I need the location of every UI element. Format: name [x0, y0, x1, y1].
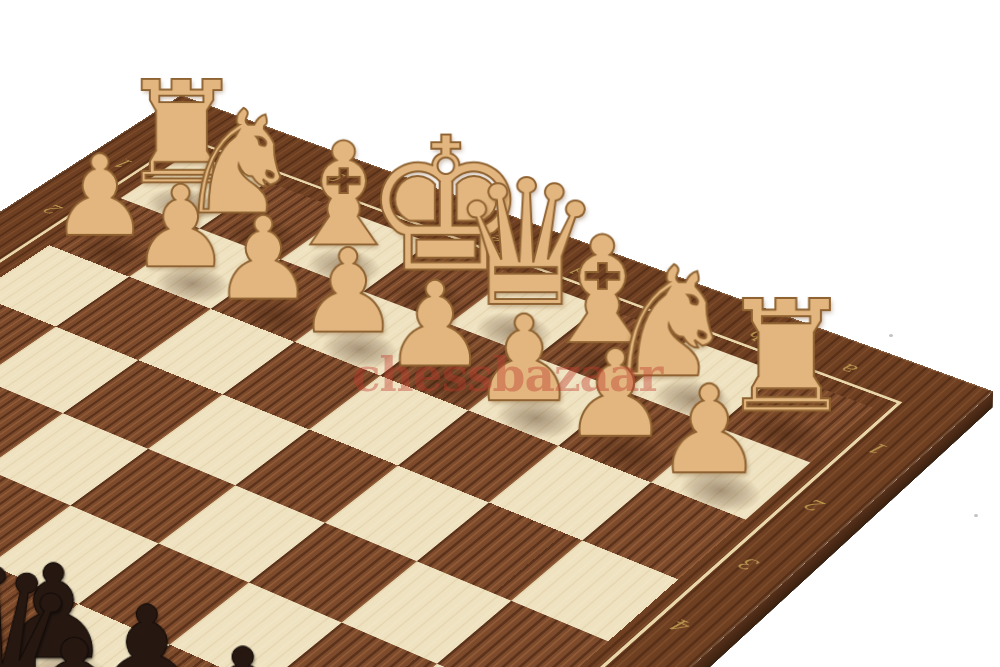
white-pawn-piece-a2: ♟	[651, 369, 767, 491]
black-knight-piece-b8: ♞	[94, 659, 223, 667]
rank-label-4-right: 4	[667, 615, 698, 636]
rank-label-3-right: 3	[735, 554, 765, 574]
board-border: ♜♞♝♚♛♝♞♜♟♟♟♟♟♟♟♟♟♟♟♟♟♟♟♟♜♞♝♚♛♝♞♜ aabbccd…	[0, 95, 993, 667]
scene: ♜♞♝♚♛♝♞♜♟♟♟♟♟♟♟♟♟♟♟♟♟♟♟♟♜♞♝♚♛♝♞♜ aabbccd…	[0, 0, 1000, 667]
board-squares: ♜♞♝♚♛♝♞♜♟♟♟♟♟♟♟♟♟♟♟♟♟♟♟♟♜♞♝♚♛♝♞♜	[0, 153, 873, 667]
chess-set-photo: ♜♞♝♚♛♝♞♜♟♟♟♟♟♟♟♟♟♟♟♟♟♟♟♟♜♞♝♚♛♝♞♜ aabbccd…	[0, 0, 1000, 667]
rank-label-1-right: 1	[865, 440, 893, 459]
dust-speck	[889, 334, 893, 337]
rank-label-2-right: 2	[801, 496, 830, 516]
dust-speck	[974, 514, 978, 517]
chess-board: ♜♞♝♚♛♝♞♜♟♟♟♟♟♟♟♟♟♟♟♟♟♟♟♟♜♞♝♚♛♝♞♜ aabbccd…	[0, 95, 993, 667]
